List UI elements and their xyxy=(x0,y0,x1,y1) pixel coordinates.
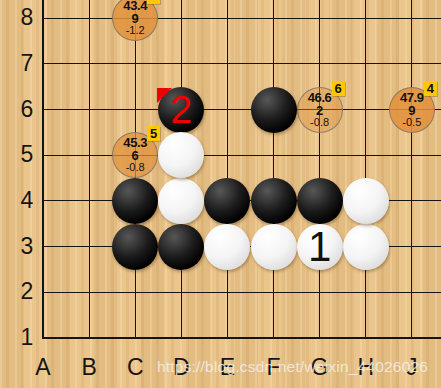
hint-badge-J6: 4 xyxy=(424,81,437,96)
hint-badge-C5: 5 xyxy=(147,126,160,141)
row-label-6: 6 xyxy=(13,96,41,123)
hint-visits: 9 xyxy=(408,104,415,117)
grid-line-row-8 xyxy=(42,18,441,19)
grid-line-col-E xyxy=(227,0,228,339)
analysis-hint-C5[interactable]: 45.36-0.85 xyxy=(112,132,158,178)
row-label-7: 7 xyxy=(13,50,41,77)
watermark: https://blog.csdn.net/weixin_44026026 xyxy=(157,358,428,376)
stone-white-H3 xyxy=(343,224,389,270)
grid-line-row-2 xyxy=(42,292,441,293)
hint-score: -0.5 xyxy=(402,117,421,128)
grid-line-col-J xyxy=(411,0,412,339)
hint-badge-C8 xyxy=(147,0,160,4)
stone-black-D3 xyxy=(158,224,204,270)
analysis-hint-C8[interactable]: 43.49-1.2 xyxy=(112,0,158,41)
stone-white-D4 xyxy=(158,178,204,224)
move-number-2: 2 xyxy=(170,90,192,129)
hint-visits: 2 xyxy=(316,104,323,117)
stone-white-G3: 1 xyxy=(297,224,343,270)
grid-line-row-1 xyxy=(42,337,441,339)
hint-score: -0.8 xyxy=(310,117,329,128)
col-label-B: B xyxy=(74,354,104,381)
row-label-5: 5 xyxy=(13,141,41,168)
grid-line-col-G xyxy=(319,0,320,339)
row-label-4: 4 xyxy=(13,187,41,214)
row-label-8: 8 xyxy=(13,4,41,31)
col-label-C: C xyxy=(120,354,150,381)
grid-line-row-5 xyxy=(42,155,441,156)
grid-line-col-F xyxy=(273,0,274,339)
stone-black-E4 xyxy=(204,178,250,224)
analysis-hint-G6[interactable]: 46.62-0.86 xyxy=(297,87,343,133)
hint-badge-G6: 6 xyxy=(332,81,345,96)
go-board[interactable]: ABCDEFGHJ12345678 43.49-1.245.36-0.8546.… xyxy=(0,0,441,388)
row-label-1: 1 xyxy=(13,324,41,351)
grid-line-row-7 xyxy=(42,63,441,64)
row-label-2: 2 xyxy=(13,278,41,305)
stone-black-F4 xyxy=(251,178,297,224)
triangle-marker-D6 xyxy=(157,88,172,103)
stone-white-D5 xyxy=(158,132,204,178)
col-label-A: A xyxy=(28,354,58,381)
analysis-hint-J6[interactable]: 47.99-0.54 xyxy=(389,87,435,133)
grid-line-row-6 xyxy=(42,109,441,110)
grid-line-col-B xyxy=(89,0,90,339)
hint-winrate: 46.6 xyxy=(308,92,332,104)
stone-black-F6 xyxy=(251,87,297,133)
stone-black-G4 xyxy=(297,178,343,224)
hint-score: -1.2 xyxy=(126,25,145,36)
stone-black-C3 xyxy=(112,224,158,270)
stone-white-F3 xyxy=(251,224,297,270)
move-number-1: 1 xyxy=(308,226,331,268)
stone-white-E3 xyxy=(204,224,250,270)
row-label-3: 3 xyxy=(13,233,41,260)
stone-white-H4 xyxy=(343,178,389,224)
hint-winrate: 47.9 xyxy=(400,92,424,104)
grid-line-col-A xyxy=(42,0,44,339)
grid-line-col-H xyxy=(365,0,366,339)
hint-score: -0.8 xyxy=(126,162,145,173)
stone-black-C4 xyxy=(112,178,158,224)
